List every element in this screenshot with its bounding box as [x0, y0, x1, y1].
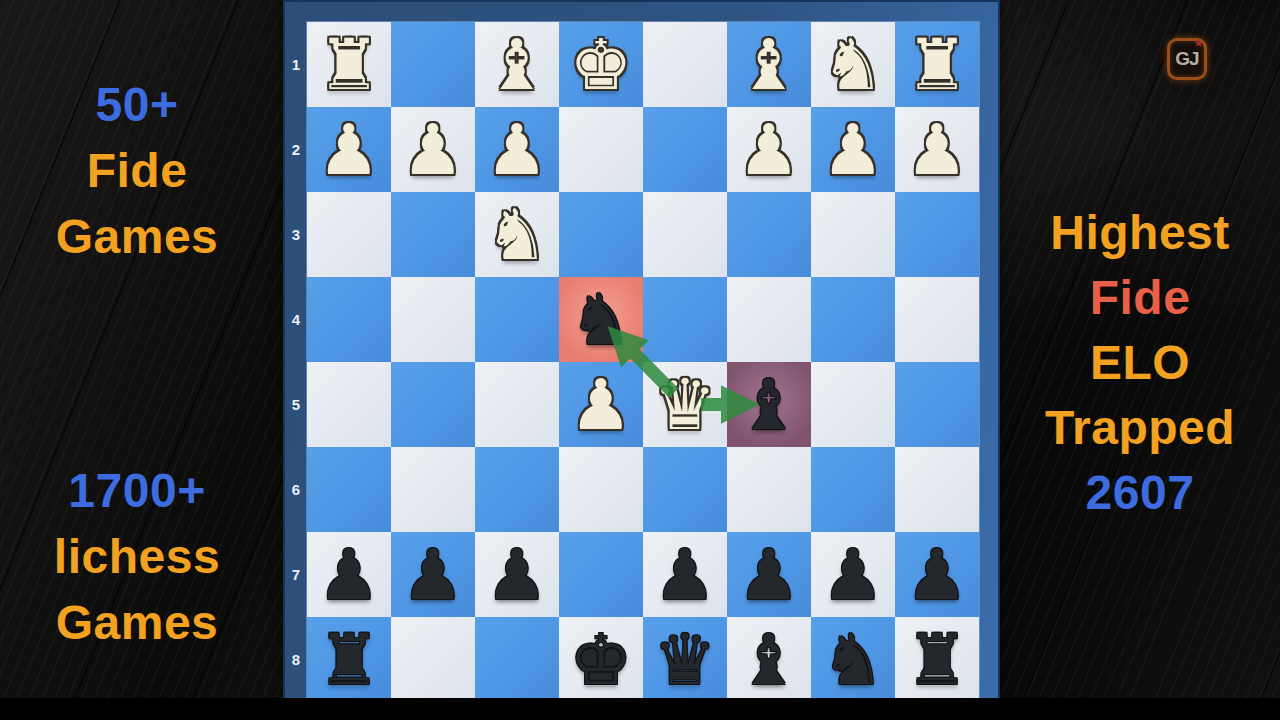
square-g7[interactable]: ♟ [391, 532, 475, 617]
square-h4[interactable] [307, 277, 391, 362]
logo-text: GJ [1175, 48, 1198, 70]
black-pawn-g7: ♟ [402, 533, 465, 617]
square-f5[interactable] [475, 362, 559, 447]
square-c3[interactable] [727, 192, 811, 277]
black-queen-d8: ♛ [654, 618, 717, 702]
rank-label-8: 8 [285, 617, 307, 702]
square-e1[interactable]: ♚ [559, 22, 643, 107]
caption-line: lichess [12, 524, 262, 590]
white-bishop-f1: ♝ [486, 23, 549, 107]
square-f7[interactable]: ♟ [475, 532, 559, 617]
white-queen-d5: ♛ [654, 363, 717, 447]
video-frame: 50+ Fide Games 1700+ lichess Games Highe… [0, 0, 1280, 720]
white-pawn-f2: ♟ [486, 108, 549, 192]
rank-label-5: 5 [285, 362, 307, 447]
square-a4[interactable] [895, 277, 979, 362]
caption-line: Games [12, 590, 262, 656]
square-c8[interactable]: ♝ [727, 617, 811, 702]
square-h8[interactable]: ♜ [307, 617, 391, 702]
square-d5[interactable]: ♛ [643, 362, 727, 447]
black-knight-b8: ♞ [822, 618, 885, 702]
square-c7[interactable]: ♟ [727, 532, 811, 617]
square-h5[interactable] [307, 362, 391, 447]
black-pawn-f7: ♟ [486, 533, 549, 617]
square-a6[interactable] [895, 447, 979, 532]
square-e6[interactable] [559, 447, 643, 532]
square-h7[interactable]: ♟ [307, 532, 391, 617]
rank-label-3: 3 [285, 192, 307, 277]
square-h6[interactable] [307, 447, 391, 532]
white-pawn-g2: ♟ [402, 108, 465, 192]
square-b4[interactable] [811, 277, 895, 362]
square-f8[interactable] [475, 617, 559, 702]
square-b7[interactable]: ♟ [811, 532, 895, 617]
white-pawn-b2: ♟ [822, 108, 885, 192]
logo-star-icon: ★ [1193, 37, 1204, 49]
rank-label-7: 7 [285, 532, 307, 617]
square-c2[interactable]: ♟ [727, 107, 811, 192]
white-pawn-c2: ♟ [738, 108, 801, 192]
square-b6[interactable] [811, 447, 895, 532]
rank-labels: 12345678 [285, 22, 307, 702]
white-pawn-a2: ♟ [906, 108, 969, 192]
square-b8[interactable]: ♞ [811, 617, 895, 702]
black-pawn-c7: ♟ [738, 533, 801, 617]
square-a1[interactable]: ♜ [895, 22, 979, 107]
caption-fide-games: 50+ Fide Games [12, 72, 262, 270]
white-king-e1: ♚ [570, 23, 633, 107]
square-g3[interactable] [391, 192, 475, 277]
square-g4[interactable] [391, 277, 475, 362]
square-h2[interactable]: ♟ [307, 107, 391, 192]
square-g8[interactable] [391, 617, 475, 702]
white-knight-b1: ♞ [822, 23, 885, 107]
square-e5[interactable]: ♟ [559, 362, 643, 447]
rank-label-2: 2 [285, 107, 307, 192]
square-g1[interactable] [391, 22, 475, 107]
black-rook-a8: ♜ [906, 618, 969, 702]
channel-logo: GJ ★ [1167, 38, 1207, 80]
black-pawn-h7: ♟ [318, 533, 381, 617]
square-g5[interactable] [391, 362, 475, 447]
square-d3[interactable] [643, 192, 727, 277]
white-pawn-e5: ♟ [570, 363, 633, 447]
square-h1[interactable]: ♜ [307, 22, 391, 107]
white-rook-a1: ♜ [906, 23, 969, 107]
black-king-e8: ♚ [570, 618, 633, 702]
square-c5[interactable]: ♝ [727, 362, 811, 447]
black-pawn-a7: ♟ [906, 533, 969, 617]
board-squares: ♜♝♚♝♞♜♟♟♟♟♟♟♞♞♟♛♝♟♟♟♟♟♟♟♜♚♛♝♞♜ [307, 22, 979, 702]
square-a5[interactable] [895, 362, 979, 447]
rank-label-4: 4 [285, 277, 307, 362]
black-knight-e4: ♞ [570, 278, 633, 362]
bottom-letterbox-bar [0, 698, 1280, 720]
square-c1[interactable]: ♝ [727, 22, 811, 107]
caption-line: ELO [1020, 330, 1260, 395]
square-g6[interactable] [391, 447, 475, 532]
square-d8[interactable]: ♛ [643, 617, 727, 702]
square-f6[interactable] [475, 447, 559, 532]
caption-line: Highest [1020, 200, 1260, 265]
black-bishop-c5: ♝ [738, 363, 801, 447]
square-d4[interactable] [643, 277, 727, 362]
square-e7[interactable] [559, 532, 643, 617]
square-e8[interactable]: ♚ [559, 617, 643, 702]
black-bishop-c8: ♝ [738, 618, 801, 702]
square-d7[interactable]: ♟ [643, 532, 727, 617]
caption-line: 50+ [12, 72, 262, 138]
caption-line: Fide [1020, 265, 1260, 330]
square-a2[interactable]: ♟ [895, 107, 979, 192]
white-knight-f3: ♞ [486, 193, 549, 277]
caption-lichess-games: 1700+ lichess Games [12, 458, 262, 656]
square-e2[interactable] [559, 107, 643, 192]
white-bishop-c1: ♝ [738, 23, 801, 107]
rank-label-1: 1 [285, 22, 307, 107]
square-d6[interactable] [643, 447, 727, 532]
caption-line: 1700+ [12, 458, 262, 524]
square-c4[interactable] [727, 277, 811, 362]
square-a7[interactable]: ♟ [895, 532, 979, 617]
square-d2[interactable] [643, 107, 727, 192]
square-f1[interactable]: ♝ [475, 22, 559, 107]
square-b3[interactable] [811, 192, 895, 277]
square-h3[interactable] [307, 192, 391, 277]
caption-line: Fide [12, 138, 262, 204]
square-f3[interactable]: ♞ [475, 192, 559, 277]
square-d1[interactable] [643, 22, 727, 107]
square-g2[interactable]: ♟ [391, 107, 475, 192]
black-pawn-d7: ♟ [654, 533, 717, 617]
white-rook-h1: ♜ [318, 23, 381, 107]
square-f2[interactable]: ♟ [475, 107, 559, 192]
square-b1[interactable]: ♞ [811, 22, 895, 107]
black-pawn-b7: ♟ [822, 533, 885, 617]
square-f4[interactable] [475, 277, 559, 362]
square-e4[interactable]: ♞ [559, 277, 643, 362]
square-a8[interactable]: ♜ [895, 617, 979, 702]
white-pawn-h2: ♟ [318, 108, 381, 192]
square-c6[interactable] [727, 447, 811, 532]
black-rook-h8: ♜ [318, 618, 381, 702]
chess-board[interactable]: 12345678 ♜♝♚♝♞♜♟♟♟♟♟♟♞♞♟♛♝♟♟♟♟♟♟♟♜♚♛♝♞♜ [283, 0, 1000, 706]
square-a3[interactable] [895, 192, 979, 277]
caption-line: Trapped [1020, 395, 1260, 460]
square-b5[interactable] [811, 362, 895, 447]
square-b2[interactable]: ♟ [811, 107, 895, 192]
rank-label-6: 6 [285, 447, 307, 532]
caption-highest-elo: Highest Fide ELO Trapped 2607 [1020, 200, 1260, 525]
square-e3[interactable] [559, 192, 643, 277]
caption-line: 2607 [1020, 460, 1260, 525]
caption-line: Games [12, 204, 262, 270]
